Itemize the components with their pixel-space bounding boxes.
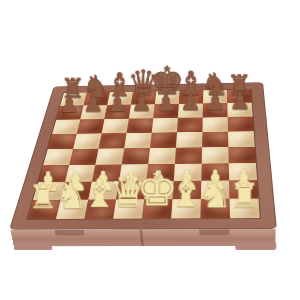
- fold-seam: [140, 229, 144, 246]
- square-e2: ♟: [144, 181, 173, 199]
- square-c5: [99, 133, 127, 149]
- square-c6: [102, 119, 129, 134]
- square-f2: ♟: [173, 181, 202, 199]
- square-f6: [177, 117, 203, 132]
- square-f4: [175, 147, 202, 164]
- square-d8: ♛: [131, 91, 156, 105]
- square-e5: [150, 132, 177, 148]
- square-g5: [202, 132, 228, 148]
- square-h6: [228, 117, 254, 132]
- square-f1: ♝: [171, 199, 201, 218]
- square-f3: [174, 164, 202, 181]
- square-e3: [146, 164, 175, 181]
- square-f7: ♟: [178, 104, 203, 118]
- square-g4: [202, 147, 229, 164]
- square-b4: [69, 149, 98, 165]
- square-b7: ♟: [80, 105, 107, 119]
- square-d6: [127, 118, 154, 133]
- square-h1: ♜: [230, 199, 260, 219]
- square-b2: ♟: [61, 182, 92, 200]
- square-g8: ♞: [203, 90, 227, 104]
- square-d7: ♟: [129, 104, 155, 118]
- square-h8: ♜: [227, 89, 252, 103]
- square-d1: ♛: [113, 199, 144, 218]
- square-f5: [176, 132, 202, 148]
- chess-board: ♜♞♝♛♚♝♞♜♟♟♟♟♟♟♟♟♟♟♟♟♟♟♟♟♜♞♝♛♚♝♞♜: [28, 89, 260, 219]
- square-g7: ♟: [203, 103, 228, 117]
- latch-notch-right: [199, 229, 229, 235]
- square-c1: ♝: [84, 200, 116, 219]
- case-front-edge: [10, 229, 276, 246]
- square-b3: [65, 165, 95, 182]
- square-d5: [124, 133, 152, 149]
- square-a3: [38, 165, 69, 182]
- square-b5: [73, 133, 102, 149]
- square-e1: ♚: [142, 199, 172, 218]
- square-b8: ♞: [84, 92, 110, 105]
- case-foot-left: [12, 243, 53, 250]
- square-d3: [119, 164, 148, 181]
- square-h2: ♟: [229, 180, 258, 199]
- square-f8: ♝: [179, 90, 203, 104]
- square-c3: [92, 164, 122, 181]
- board-case: ♜♞♝♛♚♝♞♜♟♟♟♟♟♟♟♟♟♟♟♟♟♟♟♟♜♞♝♛♚♝♞♜: [9, 82, 277, 229]
- piece-white-pawn: ♟: [21, 168, 74, 195]
- square-g1: ♞: [201, 199, 231, 219]
- square-a8: ♜: [60, 93, 87, 106]
- square-c7: ♟: [104, 105, 130, 119]
- square-h7: ♟: [227, 103, 252, 117]
- latch-notch-left: [54, 230, 84, 236]
- chess-set-photo: ♜♞♝♛♚♝♞♜♟♟♟♟♟♟♟♟♟♟♟♟♟♟♟♟♜♞♝♛♚♝♞♜: [0, 0, 300, 300]
- square-e6: [152, 118, 178, 133]
- square-c2: ♟: [88, 181, 119, 199]
- square-d2: ♟: [116, 181, 146, 199]
- square-e8: ♚: [155, 91, 180, 105]
- square-c4: [95, 148, 124, 164]
- square-g2: ♟: [201, 181, 230, 199]
- square-e4: [148, 148, 176, 164]
- square-b1: ♞: [56, 200, 88, 219]
- square-c8: ♝: [107, 92, 133, 106]
- square-h4: [228, 147, 256, 164]
- square-h5: [228, 131, 255, 147]
- square-h3: [229, 163, 257, 181]
- square-g3: [201, 163, 229, 180]
- square-e7: ♟: [153, 104, 179, 118]
- square-b6: [77, 119, 105, 134]
- square-g6: [202, 117, 228, 132]
- square-d4: [122, 148, 150, 164]
- case-foot-right: [235, 243, 276, 251]
